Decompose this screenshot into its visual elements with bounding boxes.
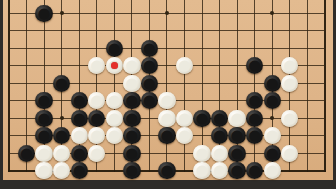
stone-white-c11r13[interactable]: ●	[176, 57, 193, 74]
stone-black-c9r12[interactable]: ●	[141, 40, 158, 57]
stone-black-c3r16[interactable]: ●	[35, 110, 52, 127]
stone-white-c8r13[interactable]: ●	[123, 57, 140, 74]
stone-black-c6r16[interactable]: ●	[88, 110, 105, 127]
stone-black-c3r17[interactable]: ●	[35, 127, 52, 144]
stone-black-c8r17[interactable]: ●	[123, 127, 140, 144]
stone-white-c16r17[interactable]: ●	[264, 127, 281, 144]
stone-black-c10r17[interactable]: ●	[158, 127, 175, 144]
go-app-screenshot: ●●●●●●●●●●●●●●●●●●●●●●●●●●●●●●●●●●●●●●●●…	[0, 0, 336, 189]
stone-black-c4r14[interactable]: ●	[53, 75, 70, 92]
stone-white-c17r14[interactable]: ●	[281, 75, 298, 92]
stone-white-c7r15[interactable]: ●	[106, 92, 123, 109]
stone-white-c7r17[interactable]: ●	[106, 127, 123, 144]
grid-line-h-13	[8, 65, 326, 66]
stone-black-c15r15[interactable]: ●	[246, 92, 263, 109]
stone-black-c14r19[interactable]: ●	[228, 162, 245, 179]
stone-white-c6r15[interactable]: ●	[88, 92, 105, 109]
stone-black-c16r15[interactable]: ●	[264, 92, 281, 109]
stone-white-c4r18[interactable]: ●	[53, 145, 70, 162]
stone-black-c8r19[interactable]: ●	[123, 162, 140, 179]
stone-black-c7r12[interactable]: ●	[106, 40, 123, 57]
stone-white-c11r16[interactable]: ●	[176, 110, 193, 127]
grid-line-v-1	[8, 0, 10, 172]
stone-black-c5r18[interactable]: ●	[71, 145, 88, 162]
grid-line-v-11	[184, 0, 185, 172]
grid-line-v-7	[114, 0, 115, 172]
stone-black-c5r16[interactable]: ●	[71, 110, 88, 127]
grid-line-v-15	[254, 0, 255, 172]
stone-black-c16r18[interactable]: ●	[264, 145, 281, 162]
stone-white-c7r16[interactable]: ●	[106, 110, 123, 127]
stone-black-c15r17[interactable]: ●	[246, 127, 263, 144]
stone-black-c10r19[interactable]: ●	[158, 162, 175, 179]
stone-black-c12r16[interactable]: ●	[193, 110, 210, 127]
stone-black-c9r13[interactable]: ●	[141, 57, 158, 74]
stone-black-c9r15[interactable]: ●	[141, 92, 158, 109]
grid-line-v-19	[324, 0, 326, 172]
stone-white-c3r19[interactable]: ●	[35, 162, 52, 179]
stone-white-c10r15[interactable]: ●	[158, 92, 175, 109]
stone-white-c12r19[interactable]: ●	[193, 162, 210, 179]
stone-white-c6r13[interactable]: ●	[88, 57, 105, 74]
stone-white-c6r18[interactable]: ●	[88, 145, 105, 162]
stone-white-c5r17[interactable]: ●	[71, 127, 88, 144]
stone-white-c4r19[interactable]: ●	[53, 162, 70, 179]
stone-black-c15r19[interactable]: ●	[246, 162, 263, 179]
stone-black-c5r19[interactable]: ●	[71, 162, 88, 179]
star-point-4-16	[60, 116, 64, 120]
stone-black-c16r14[interactable]: ●	[264, 75, 281, 92]
stone-white-c8r14[interactable]: ●	[123, 75, 140, 92]
stone-white-c16r19[interactable]: ●	[264, 162, 281, 179]
stone-white-c3r18[interactable]: ●	[35, 145, 52, 162]
stone-black-c2r18[interactable]: ●	[18, 145, 35, 162]
stone-black-c8r15[interactable]: ●	[123, 92, 140, 109]
stone-white-c12r18[interactable]: ●	[193, 145, 210, 162]
stone-white-c17r18[interactable]: ●	[281, 145, 298, 162]
stone-black-c14r18[interactable]: ●	[228, 145, 245, 162]
stone-white-c17r13[interactable]: ●	[281, 57, 298, 74]
stone-white-c17r16[interactable]: ●	[281, 110, 298, 127]
stone-white-c10r16[interactable]: ●	[158, 110, 175, 127]
stone-white-c11r17[interactable]: ●	[176, 127, 193, 144]
stone-white-c14r16[interactable]: ●	[228, 110, 245, 127]
stone-white-c6r17[interactable]: ●	[88, 127, 105, 144]
stone-black-c15r16[interactable]: ●	[246, 110, 263, 127]
star-point-4-10	[60, 11, 64, 15]
stone-black-c8r16[interactable]: ●	[123, 110, 140, 127]
stone-black-c3r10[interactable]: ●	[35, 5, 52, 22]
stone-black-c8r18[interactable]: ●	[123, 145, 140, 162]
grid-line-h-11	[8, 30, 326, 31]
stone-white-c13r19[interactable]: ●	[211, 162, 228, 179]
stone-black-c3r15[interactable]: ●	[35, 92, 52, 109]
stone-black-c15r13[interactable]: ●	[246, 57, 263, 74]
stone-black-c4r17[interactable]: ●	[53, 127, 70, 144]
stone-black-c9r14[interactable]: ●	[141, 75, 158, 92]
grid-line-v-10	[166, 0, 167, 172]
stone-black-c5r15[interactable]: ●	[71, 92, 88, 109]
stone-black-c13r16[interactable]: ●	[211, 110, 228, 127]
stone-black-c14r17[interactable]: ●	[228, 127, 245, 144]
grid-line-v-18	[307, 0, 308, 172]
stone-white-c13r18[interactable]: ●	[211, 145, 228, 162]
stone-black-c13r17[interactable]: ●	[211, 127, 228, 144]
grid-line-h-12	[8, 48, 326, 49]
